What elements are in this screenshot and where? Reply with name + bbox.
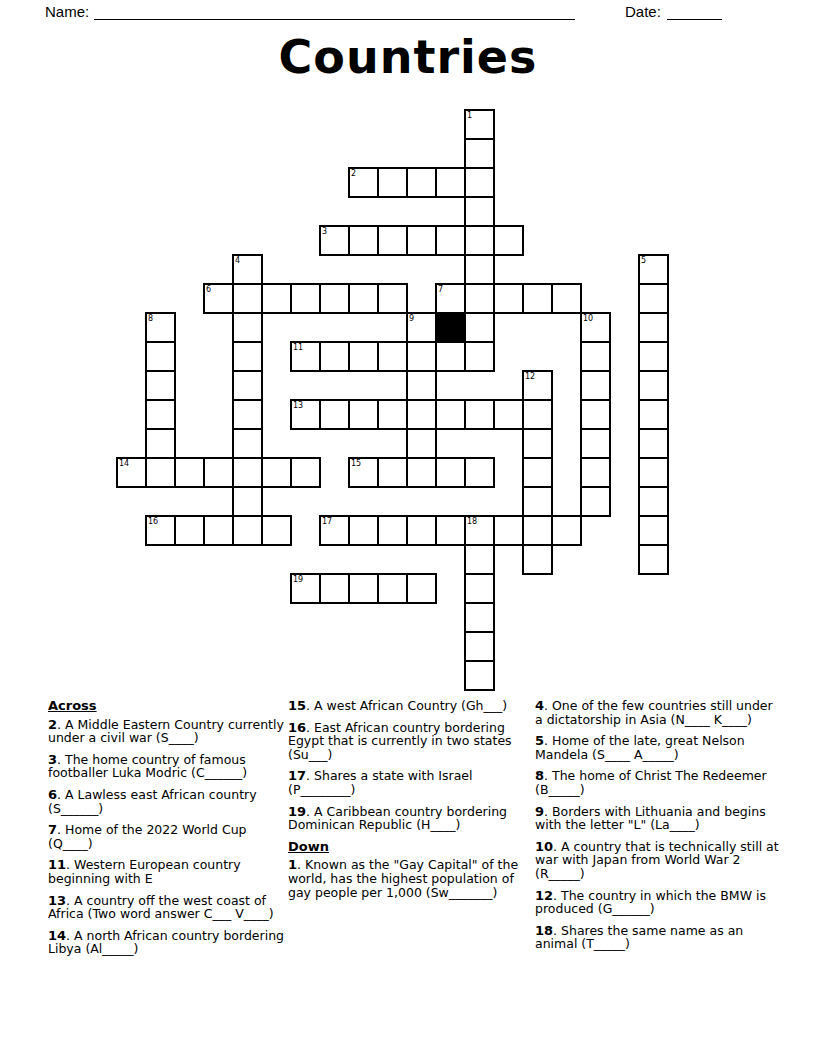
cell-r11-c14[interactable] [523, 429, 552, 458]
void [552, 168, 581, 197]
grid-number-3: 3 [322, 227, 327, 236]
void [146, 603, 175, 632]
void [349, 255, 378, 284]
cell-r4-c9[interactable] [378, 226, 407, 255]
cell-r12-c12[interactable] [465, 458, 494, 487]
cell-r10-c10[interactable] [407, 400, 436, 429]
cell-r10-c16[interactable] [581, 400, 610, 429]
cell-r16-c10[interactable] [407, 574, 436, 603]
down-clues-part1: 1. Known as the "Gay Capital" of the wor… [288, 858, 532, 899]
void [117, 661, 146, 690]
void [117, 516, 146, 545]
void [175, 168, 204, 197]
void [494, 197, 523, 226]
void [349, 313, 378, 342]
cell-r7-c18[interactable] [639, 313, 668, 342]
void [378, 255, 407, 284]
void [204, 545, 233, 574]
cell-r13-c4[interactable] [233, 487, 262, 516]
cell-r13-c16[interactable] [581, 487, 610, 516]
cell-r4-c10[interactable] [407, 226, 436, 255]
clues-column-3: 4. One of the few countries still under … [535, 699, 781, 959]
void [291, 371, 320, 400]
grid-number-5: 5 [641, 256, 646, 265]
void [523, 632, 552, 661]
void [204, 313, 233, 342]
cell-r6-c14[interactable] [523, 284, 552, 313]
grid-number-14: 14 [119, 459, 129, 468]
void [378, 139, 407, 168]
cell-r4-c8[interactable] [349, 226, 378, 255]
cell-r19-c12[interactable] [465, 661, 494, 690]
void [291, 139, 320, 168]
cell-r15-c18[interactable] [639, 545, 668, 574]
void [175, 603, 204, 632]
clue-down-8: 8. The home of Christ The Redeemer (B___… [535, 769, 781, 796]
cell-r10-c4[interactable] [233, 400, 262, 429]
void [320, 110, 349, 139]
cell-r5-c18[interactable]: 5 [639, 255, 668, 284]
cell-r10-c9[interactable] [378, 400, 407, 429]
cell-r8-c9[interactable] [378, 342, 407, 371]
void [465, 487, 494, 516]
name-label: Name: [45, 3, 89, 20]
void [320, 255, 349, 284]
void [581, 574, 610, 603]
grid-number-13: 13 [293, 401, 303, 410]
void [581, 110, 610, 139]
void [552, 429, 581, 458]
cell-r15-c12[interactable] [465, 545, 494, 574]
void [494, 110, 523, 139]
cell-r2-c10[interactable] [407, 168, 436, 197]
clue-across-2: 2. A Middle Eastern Country currently un… [48, 718, 285, 745]
void [639, 632, 668, 661]
void [552, 400, 581, 429]
cell-r16-c6[interactable]: 19 [291, 574, 320, 603]
cell-r14-c4[interactable] [233, 516, 262, 545]
void [175, 342, 204, 371]
void [204, 574, 233, 603]
void [117, 429, 146, 458]
grid-number-8: 8 [148, 314, 153, 323]
cell-r14-c14[interactable] [523, 516, 552, 545]
void [204, 342, 233, 371]
cell-r4-c13[interactable] [494, 226, 523, 255]
cell-r0-c12[interactable]: 1 [465, 110, 494, 139]
void [639, 603, 668, 632]
grid-number-9: 9 [409, 314, 414, 323]
cell-r2-c12[interactable] [465, 168, 494, 197]
void [117, 487, 146, 516]
cell-r8-c16[interactable] [581, 342, 610, 371]
cell-r10-c12[interactable] [465, 400, 494, 429]
cell-r8-c18[interactable] [639, 342, 668, 371]
void [639, 661, 668, 690]
name-fill-line[interactable] [94, 1, 575, 20]
void [291, 226, 320, 255]
clue-down-12: 12. The country in which the BMW is prod… [535, 889, 781, 916]
void [494, 429, 523, 458]
cell-r9-c4[interactable] [233, 371, 262, 400]
void [233, 632, 262, 661]
cell-r13-c14[interactable] [523, 487, 552, 516]
cell-r11-c16[interactable] [581, 429, 610, 458]
cell-r7-c12[interactable] [465, 313, 494, 342]
void [494, 139, 523, 168]
void [320, 197, 349, 226]
void [175, 371, 204, 400]
cell-r14-c7[interactable]: 17 [320, 516, 349, 545]
void [233, 661, 262, 690]
down-header: Down [288, 840, 532, 854]
void [436, 139, 465, 168]
void [436, 632, 465, 661]
void [407, 632, 436, 661]
cell-r14-c2[interactable] [175, 516, 204, 545]
cell-r14-c8[interactable] [349, 516, 378, 545]
void [262, 313, 291, 342]
void [639, 197, 668, 226]
worksheet-title: Countries [0, 30, 816, 84]
void [610, 313, 639, 342]
grid-number-11: 11 [293, 343, 303, 352]
void [436, 661, 465, 690]
cell-r14-c11[interactable] [436, 516, 465, 545]
cell-r12-c1[interactable] [146, 458, 175, 487]
void [262, 400, 291, 429]
void [436, 197, 465, 226]
void [349, 139, 378, 168]
void [494, 168, 523, 197]
cell-r3-c12[interactable] [465, 197, 494, 226]
clue-across-16: 16. East African country bordering Egypt… [288, 721, 532, 762]
void [349, 545, 378, 574]
crossword-grid: 12345678910111213141516171819 [117, 110, 668, 690]
cell-r9-c16[interactable] [581, 371, 610, 400]
void [523, 139, 552, 168]
void [610, 110, 639, 139]
void [552, 255, 581, 284]
void [407, 487, 436, 516]
void [349, 632, 378, 661]
cell-r7-c4[interactable] [233, 313, 262, 342]
cell-r10-c1[interactable] [146, 400, 175, 429]
void [146, 168, 175, 197]
cell-r1-c12[interactable] [465, 139, 494, 168]
clue-across-15: 15. A west African Country (Gh___) [288, 699, 532, 713]
cell-r15-c14[interactable] [523, 545, 552, 574]
void [262, 371, 291, 400]
void [610, 255, 639, 284]
cell-r8-c1[interactable] [146, 342, 175, 371]
cell-r14-c13[interactable] [494, 516, 523, 545]
cell-r10-c11[interactable] [436, 400, 465, 429]
clue-text: . The home country of famous footballer … [48, 752, 247, 781]
clue-across-14: 14. A north African country bordering Li… [48, 929, 285, 956]
cell-r6-c15[interactable] [552, 284, 581, 313]
clue-text: . A Lawless east African country (S_____… [48, 787, 257, 816]
void [407, 661, 436, 690]
void [610, 371, 639, 400]
void [291, 632, 320, 661]
cell-r10-c6[interactable]: 13 [291, 400, 320, 429]
void [320, 603, 349, 632]
void [233, 139, 262, 168]
cell-r6-c11[interactable]: 7 [436, 284, 465, 313]
void [610, 400, 639, 429]
void [117, 168, 146, 197]
void [523, 313, 552, 342]
cell-r6-c18[interactable] [639, 284, 668, 313]
cell-r2-c11[interactable] [436, 168, 465, 197]
void [146, 661, 175, 690]
void [494, 632, 523, 661]
void [204, 400, 233, 429]
void [349, 429, 378, 458]
void [175, 110, 204, 139]
cell-r8-c12[interactable] [465, 342, 494, 371]
cell-r16-c9[interactable] [378, 574, 407, 603]
void [436, 110, 465, 139]
void [320, 313, 349, 342]
clue-text: . A north African country bordering Liby… [48, 928, 284, 957]
cell-r14-c5[interactable] [262, 516, 291, 545]
void [378, 632, 407, 661]
void [204, 661, 233, 690]
cell-r6-c9[interactable] [378, 284, 407, 313]
cell-r6-c5[interactable] [262, 284, 291, 313]
cell-r7-c10[interactable]: 9 [407, 313, 436, 342]
cell-r6-c3[interactable]: 6 [204, 284, 233, 313]
void [378, 545, 407, 574]
date-fill-line[interactable] [667, 1, 722, 20]
cell-r13-c18[interactable] [639, 487, 668, 516]
void [204, 255, 233, 284]
clue-text: . East African country bordering Egypt t… [288, 720, 512, 762]
void [233, 603, 262, 632]
cell-r16-c12[interactable] [465, 574, 494, 603]
cell-r12-c6[interactable] [291, 458, 320, 487]
void [494, 574, 523, 603]
clue-across-11: 11. Western European country beginning w… [48, 858, 285, 885]
cell-r12-c14[interactable] [523, 458, 552, 487]
void [552, 487, 581, 516]
clue-text: . A country off the west coast of Africa… [48, 893, 274, 922]
void [204, 197, 233, 226]
cell-r14-c10[interactable] [407, 516, 436, 545]
clue-text: . Home of the late, great Nelson Mandela… [535, 733, 745, 762]
clues-column-2: 15. A west African Country (Gh___)16. Ea… [288, 699, 532, 907]
void [204, 168, 233, 197]
void [146, 284, 175, 313]
cell-r7-c16[interactable]: 10 [581, 313, 610, 342]
cell-r10-c8[interactable] [349, 400, 378, 429]
down-clues-part2: 4. One of the few countries still under … [535, 699, 781, 951]
void [175, 574, 204, 603]
void [523, 603, 552, 632]
cell-r6-c12[interactable] [465, 284, 494, 313]
cell-r12-c18[interactable] [639, 458, 668, 487]
void [175, 255, 204, 284]
cell-r9-c18[interactable] [639, 371, 668, 400]
void [378, 429, 407, 458]
clue-across-13: 13. A country off the west coast of Afri… [48, 894, 285, 921]
void [494, 342, 523, 371]
grid-number-6: 6 [206, 285, 211, 294]
grid-number-17: 17 [322, 517, 332, 526]
cell-r11-c4[interactable] [233, 429, 262, 458]
void [610, 168, 639, 197]
cell-r12-c0[interactable]: 14 [117, 458, 146, 487]
void [262, 661, 291, 690]
cell-r14-c9[interactable] [378, 516, 407, 545]
cell-r12-c10[interactable] [407, 458, 436, 487]
void [117, 313, 146, 342]
void [146, 226, 175, 255]
void [146, 574, 175, 603]
cell-r2-c9[interactable] [378, 168, 407, 197]
clue-text: . A Middle Eastern Country currently und… [48, 717, 284, 746]
void [581, 197, 610, 226]
void [407, 110, 436, 139]
across-clues-part1: 2. A Middle Eastern Country currently un… [48, 718, 285, 956]
void [291, 603, 320, 632]
cell-r8-c11[interactable] [436, 342, 465, 371]
cell-r14-c12[interactable]: 18 [465, 516, 494, 545]
cell-r12-c9[interactable] [378, 458, 407, 487]
cell-r14-c15[interactable] [552, 516, 581, 545]
cell-r12-c3[interactable] [204, 458, 233, 487]
void [175, 139, 204, 168]
void [552, 371, 581, 400]
clue-text: . Western European country beginning wit… [48, 857, 241, 886]
cell-r6-c7[interactable] [320, 284, 349, 313]
void [407, 545, 436, 574]
void [262, 429, 291, 458]
void [204, 429, 233, 458]
void [262, 226, 291, 255]
void [262, 110, 291, 139]
cell-r16-c7[interactable] [320, 574, 349, 603]
cell-r11-c18[interactable] [639, 429, 668, 458]
cell-r12-c4[interactable] [233, 458, 262, 487]
clue-down-4: 4. One of the few countries still under … [535, 699, 781, 726]
void [204, 226, 233, 255]
cell-r12-c2[interactable] [175, 458, 204, 487]
cell-r17-c12[interactable] [465, 603, 494, 632]
void [204, 487, 233, 516]
grid-number-10: 10 [583, 314, 593, 323]
void [233, 545, 262, 574]
cell-r2-c8[interactable]: 2 [349, 168, 378, 197]
clue-text: . The country in which the BMW is produc… [535, 888, 766, 917]
void [494, 458, 523, 487]
void [378, 313, 407, 342]
cell-r5-c4[interactable]: 4 [233, 255, 262, 284]
clue-text: . One of the few countries still under a… [535, 698, 773, 727]
clue-down-1: 1. Known as the "Gay Capital" of the wor… [288, 858, 532, 899]
cell-r4-c11[interactable] [436, 226, 465, 255]
grid-number-4: 4 [235, 256, 240, 265]
cell-r11-c10[interactable] [407, 429, 436, 458]
cell-r11-c1[interactable] [146, 429, 175, 458]
grid-number-12: 12 [525, 372, 535, 381]
cell-r10-c14[interactable] [523, 400, 552, 429]
void [262, 255, 291, 284]
cell-r14-c3[interactable] [204, 516, 233, 545]
clue-across-3: 3. The home country of famous footballer… [48, 753, 285, 780]
cell-r4-c12[interactable] [465, 226, 494, 255]
clue-down-5: 5. Home of the late, great Nelson Mandel… [535, 734, 781, 761]
cell-r8-c4[interactable] [233, 342, 262, 371]
void [610, 661, 639, 690]
cell-r10-c13[interactable] [494, 400, 523, 429]
cell-r5-c12[interactable] [465, 255, 494, 284]
void [523, 661, 552, 690]
void [320, 632, 349, 661]
cell-r12-c8[interactable]: 15 [349, 458, 378, 487]
cell-r4-c7[interactable]: 3 [320, 226, 349, 255]
across-header: Across [48, 699, 285, 713]
clue-text: . Borders with Lithuania and begins with… [535, 804, 766, 833]
cell-r9-c14[interactable]: 12 [523, 371, 552, 400]
void [610, 284, 639, 313]
cell-r8-c10[interactable] [407, 342, 436, 371]
void [320, 458, 349, 487]
cell-r12-c5[interactable] [262, 458, 291, 487]
clue-text: . Shares a state with Israel (P________) [288, 768, 473, 797]
cell-r6-c8[interactable] [349, 284, 378, 313]
void [117, 226, 146, 255]
cell-r6-c6[interactable] [291, 284, 320, 313]
cell-r12-c16[interactable] [581, 458, 610, 487]
cell-r14-c18[interactable] [639, 516, 668, 545]
void [262, 168, 291, 197]
date-label: Date: [625, 3, 661, 20]
void [291, 661, 320, 690]
cell-r10-c7[interactable] [320, 400, 349, 429]
cell-r8-c8[interactable] [349, 342, 378, 371]
cell-r8-c7[interactable] [320, 342, 349, 371]
cell-r9-c1[interactable] [146, 371, 175, 400]
cell-r14-c1[interactable]: 16 [146, 516, 175, 545]
cell-r8-c6[interactable]: 11 [291, 342, 320, 371]
void [552, 139, 581, 168]
void [523, 110, 552, 139]
cell-r10-c18[interactable] [639, 400, 668, 429]
void [146, 197, 175, 226]
cell-r16-c8[interactable] [349, 574, 378, 603]
clue-down-18: 18. Shares the same name as an animal (T… [535, 924, 781, 951]
clue-text: . A Caribbean country bordering Dominica… [288, 804, 507, 833]
void [581, 545, 610, 574]
cell-r7-c1[interactable]: 8 [146, 313, 175, 342]
void [552, 603, 581, 632]
cell-r9-c10[interactable] [407, 371, 436, 400]
void [465, 429, 494, 458]
cell-r18-c12[interactable] [465, 632, 494, 661]
cell-r6-c4[interactable] [233, 284, 262, 313]
black-cell-r7-c11 [436, 313, 465, 342]
worksheet-page: Name: Date: Countries 123456789101112131… [0, 0, 816, 1056]
void [291, 313, 320, 342]
void [291, 110, 320, 139]
void [378, 661, 407, 690]
cell-r6-c13[interactable] [494, 284, 523, 313]
clue-across-7: 7. Home of the 2022 World Cup (Q____) [48, 823, 285, 850]
cell-r12-c11[interactable] [436, 458, 465, 487]
